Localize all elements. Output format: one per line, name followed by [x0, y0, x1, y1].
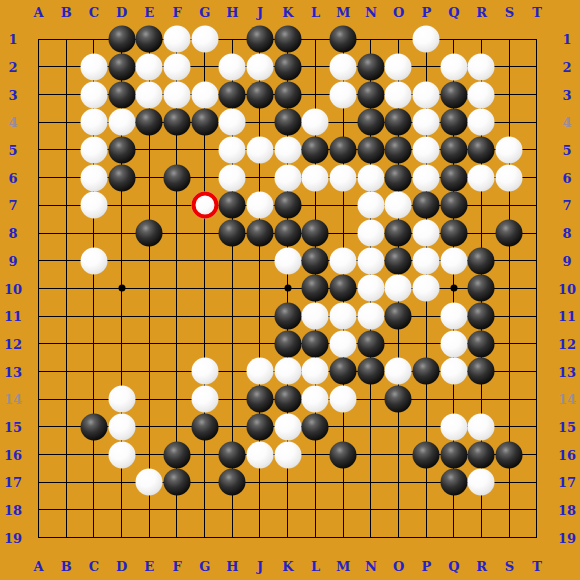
intersection-Q10[interactable]: [440, 275, 468, 303]
intersection-F18[interactable]: [163, 496, 191, 524]
intersection-G3[interactable]: [191, 81, 219, 109]
intersection-H3[interactable]: [218, 81, 246, 109]
intersection-S3[interactable]: [495, 81, 523, 109]
intersection-O6[interactable]: [385, 164, 413, 192]
intersection-C15[interactable]: [80, 413, 108, 441]
intersection-M6[interactable]: [329, 164, 357, 192]
intersection-Q2[interactable]: [440, 53, 468, 81]
intersection-G9[interactable]: [191, 247, 219, 275]
intersection-R16[interactable]: [468, 441, 496, 469]
intersection-H2[interactable]: [218, 53, 246, 81]
intersection-P19[interactable]: [412, 524, 440, 552]
intersection-E1[interactable]: [135, 25, 163, 53]
intersection-R12[interactable]: [468, 330, 496, 358]
intersection-M11[interactable]: [329, 302, 357, 330]
intersection-E6[interactable]: [135, 164, 163, 192]
intersection-F16[interactable]: [163, 441, 191, 469]
intersection-O19[interactable]: [385, 524, 413, 552]
intersection-D8[interactable]: [108, 219, 136, 247]
intersection-A13[interactable]: [25, 358, 53, 386]
intersection-M5[interactable]: [329, 136, 357, 164]
intersection-Q4[interactable]: [440, 108, 468, 136]
intersection-T4[interactable]: [523, 108, 551, 136]
intersection-H13[interactable]: [218, 358, 246, 386]
intersection-L19[interactable]: [302, 524, 330, 552]
intersection-T11[interactable]: [523, 302, 551, 330]
intersection-A18[interactable]: [25, 496, 53, 524]
intersection-O17[interactable]: [385, 468, 413, 496]
intersection-T10[interactable]: [523, 275, 551, 303]
intersection-A7[interactable]: [25, 191, 53, 219]
intersection-D1[interactable]: [108, 25, 136, 53]
intersection-Q12[interactable]: [440, 330, 468, 358]
intersection-G17[interactable]: [191, 468, 219, 496]
intersection-C4[interactable]: [80, 108, 108, 136]
intersection-E14[interactable]: [135, 385, 163, 413]
intersection-E7[interactable]: [135, 191, 163, 219]
intersection-L8[interactable]: [302, 219, 330, 247]
intersection-F3[interactable]: [163, 81, 191, 109]
intersection-J6[interactable]: [246, 164, 274, 192]
intersection-T3[interactable]: [523, 81, 551, 109]
intersection-Q3[interactable]: [440, 81, 468, 109]
intersection-D16[interactable]: [108, 441, 136, 469]
intersection-F12[interactable]: [163, 330, 191, 358]
intersection-F7[interactable]: [163, 191, 191, 219]
intersection-H4[interactable]: [218, 108, 246, 136]
intersection-S19[interactable]: [495, 524, 523, 552]
intersection-S18[interactable]: [495, 496, 523, 524]
intersection-S16[interactable]: [495, 441, 523, 469]
intersection-J18[interactable]: [246, 496, 274, 524]
intersection-M14[interactable]: [329, 385, 357, 413]
intersection-N5[interactable]: [357, 136, 385, 164]
intersection-K18[interactable]: [274, 496, 302, 524]
intersection-T8[interactable]: [523, 219, 551, 247]
intersection-K11[interactable]: [274, 302, 302, 330]
intersection-H10[interactable]: [218, 275, 246, 303]
intersection-A16[interactable]: [25, 441, 53, 469]
intersection-L15[interactable]: [302, 413, 330, 441]
intersection-B15[interactable]: [52, 413, 80, 441]
intersection-E5[interactable]: [135, 136, 163, 164]
intersection-M8[interactable]: [329, 219, 357, 247]
intersection-J7[interactable]: [246, 191, 274, 219]
intersection-D18[interactable]: [108, 496, 136, 524]
intersection-B9[interactable]: [52, 247, 80, 275]
intersection-K3[interactable]: [274, 81, 302, 109]
intersection-M10[interactable]: [329, 275, 357, 303]
intersection-H18[interactable]: [218, 496, 246, 524]
intersection-R7[interactable]: [468, 191, 496, 219]
intersection-E15[interactable]: [135, 413, 163, 441]
intersection-S1[interactable]: [495, 25, 523, 53]
intersection-B16[interactable]: [52, 441, 80, 469]
intersection-Q17[interactable]: [440, 468, 468, 496]
intersection-B1[interactable]: [52, 25, 80, 53]
intersection-P12[interactable]: [412, 330, 440, 358]
intersection-A5[interactable]: [25, 136, 53, 164]
intersection-B8[interactable]: [52, 219, 80, 247]
intersection-A19[interactable]: [25, 524, 53, 552]
intersection-T15[interactable]: [523, 413, 551, 441]
intersection-M7[interactable]: [329, 191, 357, 219]
intersection-Q6[interactable]: [440, 164, 468, 192]
intersection-M13[interactable]: [329, 358, 357, 386]
intersection-A2[interactable]: [25, 53, 53, 81]
intersection-P16[interactable]: [412, 441, 440, 469]
intersection-A15[interactable]: [25, 413, 53, 441]
intersection-K9[interactable]: [274, 247, 302, 275]
intersection-H15[interactable]: [218, 413, 246, 441]
intersection-P18[interactable]: [412, 496, 440, 524]
intersection-R14[interactable]: [468, 385, 496, 413]
intersection-A9[interactable]: [25, 247, 53, 275]
intersection-F6[interactable]: [163, 164, 191, 192]
intersection-N4[interactable]: [357, 108, 385, 136]
intersection-T14[interactable]: [523, 385, 551, 413]
intersection-D9[interactable]: [108, 247, 136, 275]
intersection-M15[interactable]: [329, 413, 357, 441]
intersection-S2[interactable]: [495, 53, 523, 81]
intersection-G5[interactable]: [191, 136, 219, 164]
intersection-P2[interactable]: [412, 53, 440, 81]
intersection-T9[interactable]: [523, 247, 551, 275]
intersection-C19[interactable]: [80, 524, 108, 552]
intersection-D4[interactable]: [108, 108, 136, 136]
intersection-D13[interactable]: [108, 358, 136, 386]
intersection-K4[interactable]: [274, 108, 302, 136]
intersection-R2[interactable]: [468, 53, 496, 81]
intersection-B2[interactable]: [52, 53, 80, 81]
intersection-G11[interactable]: [191, 302, 219, 330]
intersection-O13[interactable]: [385, 358, 413, 386]
intersection-S17[interactable]: [495, 468, 523, 496]
intersection-G12[interactable]: [191, 330, 219, 358]
intersection-J2[interactable]: [246, 53, 274, 81]
intersection-R5[interactable]: [468, 136, 496, 164]
intersection-A10[interactable]: [25, 275, 53, 303]
intersection-J12[interactable]: [246, 330, 274, 358]
intersection-N19[interactable]: [357, 524, 385, 552]
intersection-C11[interactable]: [80, 302, 108, 330]
intersection-F10[interactable]: [163, 275, 191, 303]
intersection-E9[interactable]: [135, 247, 163, 275]
intersection-D7[interactable]: [108, 191, 136, 219]
intersection-Q13[interactable]: [440, 358, 468, 386]
intersection-P3[interactable]: [412, 81, 440, 109]
intersection-F15[interactable]: [163, 413, 191, 441]
intersection-S12[interactable]: [495, 330, 523, 358]
intersection-H5[interactable]: [218, 136, 246, 164]
intersection-S6[interactable]: [495, 164, 523, 192]
intersection-Q1[interactable]: [440, 25, 468, 53]
intersection-D12[interactable]: [108, 330, 136, 358]
intersection-O8[interactable]: [385, 219, 413, 247]
intersection-S7[interactable]: [495, 191, 523, 219]
intersection-K6[interactable]: [274, 164, 302, 192]
intersection-L16[interactable]: [302, 441, 330, 469]
intersection-T19[interactable]: [523, 524, 551, 552]
intersection-J3[interactable]: [246, 81, 274, 109]
intersection-K2[interactable]: [274, 53, 302, 81]
intersection-K16[interactable]: [274, 441, 302, 469]
intersection-S15[interactable]: [495, 413, 523, 441]
intersection-E2[interactable]: [135, 53, 163, 81]
intersection-Q11[interactable]: [440, 302, 468, 330]
intersection-K15[interactable]: [274, 413, 302, 441]
intersection-K14[interactable]: [274, 385, 302, 413]
intersection-R6[interactable]: [468, 164, 496, 192]
intersection-M16[interactable]: [329, 441, 357, 469]
intersection-N18[interactable]: [357, 496, 385, 524]
intersection-L10[interactable]: [302, 275, 330, 303]
intersection-Q5[interactable]: [440, 136, 468, 164]
intersection-N12[interactable]: [357, 330, 385, 358]
intersection-J15[interactable]: [246, 413, 274, 441]
intersection-F1[interactable]: [163, 25, 191, 53]
intersection-F11[interactable]: [163, 302, 191, 330]
intersection-F4[interactable]: [163, 108, 191, 136]
intersection-N16[interactable]: [357, 441, 385, 469]
intersection-D6[interactable]: [108, 164, 136, 192]
intersection-K19[interactable]: [274, 524, 302, 552]
intersection-T6[interactable]: [523, 164, 551, 192]
intersection-E10[interactable]: [135, 275, 163, 303]
intersection-J1[interactable]: [246, 25, 274, 53]
intersection-P10[interactable]: [412, 275, 440, 303]
intersection-J5[interactable]: [246, 136, 274, 164]
intersection-F8[interactable]: [163, 219, 191, 247]
intersection-M19[interactable]: [329, 524, 357, 552]
intersection-Q8[interactable]: [440, 219, 468, 247]
intersection-P9[interactable]: [412, 247, 440, 275]
intersection-L9[interactable]: [302, 247, 330, 275]
intersection-H9[interactable]: [218, 247, 246, 275]
intersection-G1[interactable]: [191, 25, 219, 53]
intersection-T5[interactable]: [523, 136, 551, 164]
intersection-B13[interactable]: [52, 358, 80, 386]
intersection-N6[interactable]: [357, 164, 385, 192]
intersection-C18[interactable]: [80, 496, 108, 524]
intersection-N1[interactable]: [357, 25, 385, 53]
intersection-M18[interactable]: [329, 496, 357, 524]
intersection-B4[interactable]: [52, 108, 80, 136]
intersection-P8[interactable]: [412, 219, 440, 247]
intersection-Q15[interactable]: [440, 413, 468, 441]
intersection-E17[interactable]: [135, 468, 163, 496]
intersection-N2[interactable]: [357, 53, 385, 81]
intersection-A12[interactable]: [25, 330, 53, 358]
intersection-J16[interactable]: [246, 441, 274, 469]
intersection-T7[interactable]: [523, 191, 551, 219]
intersection-R9[interactable]: [468, 247, 496, 275]
intersection-L3[interactable]: [302, 81, 330, 109]
intersection-M12[interactable]: [329, 330, 357, 358]
intersection-B3[interactable]: [52, 81, 80, 109]
intersection-R15[interactable]: [468, 413, 496, 441]
intersection-L1[interactable]: [302, 25, 330, 53]
intersection-G8[interactable]: [191, 219, 219, 247]
intersection-Q16[interactable]: [440, 441, 468, 469]
intersection-G7[interactable]: [191, 191, 219, 219]
intersection-H6[interactable]: [218, 164, 246, 192]
intersection-T2[interactable]: [523, 53, 551, 81]
intersection-E12[interactable]: [135, 330, 163, 358]
intersection-O4[interactable]: [385, 108, 413, 136]
intersection-N3[interactable]: [357, 81, 385, 109]
intersection-O15[interactable]: [385, 413, 413, 441]
intersection-A14[interactable]: [25, 385, 53, 413]
intersection-O11[interactable]: [385, 302, 413, 330]
intersection-E8[interactable]: [135, 219, 163, 247]
intersection-K5[interactable]: [274, 136, 302, 164]
intersection-J4[interactable]: [246, 108, 274, 136]
intersection-P17[interactable]: [412, 468, 440, 496]
intersection-B7[interactable]: [52, 191, 80, 219]
intersection-C16[interactable]: [80, 441, 108, 469]
intersection-H12[interactable]: [218, 330, 246, 358]
intersection-D5[interactable]: [108, 136, 136, 164]
intersection-D2[interactable]: [108, 53, 136, 81]
intersection-L14[interactable]: [302, 385, 330, 413]
intersection-F19[interactable]: [163, 524, 191, 552]
intersection-O10[interactable]: [385, 275, 413, 303]
intersection-L2[interactable]: [302, 53, 330, 81]
intersection-E3[interactable]: [135, 81, 163, 109]
intersection-A11[interactable]: [25, 302, 53, 330]
intersection-D3[interactable]: [108, 81, 136, 109]
intersection-T12[interactable]: [523, 330, 551, 358]
intersection-D10[interactable]: [108, 275, 136, 303]
intersection-H8[interactable]: [218, 219, 246, 247]
intersection-T16[interactable]: [523, 441, 551, 469]
intersection-G14[interactable]: [191, 385, 219, 413]
intersection-E19[interactable]: [135, 524, 163, 552]
intersection-K1[interactable]: [274, 25, 302, 53]
intersection-H14[interactable]: [218, 385, 246, 413]
intersection-L18[interactable]: [302, 496, 330, 524]
intersection-R19[interactable]: [468, 524, 496, 552]
intersection-F13[interactable]: [163, 358, 191, 386]
intersection-F14[interactable]: [163, 385, 191, 413]
intersection-A4[interactable]: [25, 108, 53, 136]
intersection-R4[interactable]: [468, 108, 496, 136]
intersection-L5[interactable]: [302, 136, 330, 164]
intersection-B18[interactable]: [52, 496, 80, 524]
intersection-M17[interactable]: [329, 468, 357, 496]
intersection-N15[interactable]: [357, 413, 385, 441]
intersection-J17[interactable]: [246, 468, 274, 496]
intersection-J13[interactable]: [246, 358, 274, 386]
intersection-R1[interactable]: [468, 25, 496, 53]
intersection-M9[interactable]: [329, 247, 357, 275]
intersection-B6[interactable]: [52, 164, 80, 192]
intersection-K7[interactable]: [274, 191, 302, 219]
intersection-H16[interactable]: [218, 441, 246, 469]
intersection-F9[interactable]: [163, 247, 191, 275]
intersection-A1[interactable]: [25, 25, 53, 53]
intersection-B12[interactable]: [52, 330, 80, 358]
intersection-A6[interactable]: [25, 164, 53, 192]
intersection-O2[interactable]: [385, 53, 413, 81]
intersection-S13[interactable]: [495, 358, 523, 386]
intersection-P15[interactable]: [412, 413, 440, 441]
intersection-E16[interactable]: [135, 441, 163, 469]
intersection-C5[interactable]: [80, 136, 108, 164]
intersection-O5[interactable]: [385, 136, 413, 164]
intersection-M1[interactable]: [329, 25, 357, 53]
intersection-O16[interactable]: [385, 441, 413, 469]
intersection-B10[interactable]: [52, 275, 80, 303]
intersection-G19[interactable]: [191, 524, 219, 552]
intersection-R10[interactable]: [468, 275, 496, 303]
intersection-S10[interactable]: [495, 275, 523, 303]
intersection-O14[interactable]: [385, 385, 413, 413]
intersection-L4[interactable]: [302, 108, 330, 136]
intersection-C17[interactable]: [80, 468, 108, 496]
intersection-J19[interactable]: [246, 524, 274, 552]
intersection-T17[interactable]: [523, 468, 551, 496]
intersection-L6[interactable]: [302, 164, 330, 192]
intersection-M2[interactable]: [329, 53, 357, 81]
intersection-T18[interactable]: [523, 496, 551, 524]
intersection-B19[interactable]: [52, 524, 80, 552]
intersection-P13[interactable]: [412, 358, 440, 386]
intersection-B14[interactable]: [52, 385, 80, 413]
intersection-N11[interactable]: [357, 302, 385, 330]
intersection-C14[interactable]: [80, 385, 108, 413]
intersection-G10[interactable]: [191, 275, 219, 303]
intersection-N13[interactable]: [357, 358, 385, 386]
intersection-S8[interactable]: [495, 219, 523, 247]
intersection-C12[interactable]: [80, 330, 108, 358]
intersection-N14[interactable]: [357, 385, 385, 413]
intersection-R11[interactable]: [468, 302, 496, 330]
intersection-N17[interactable]: [357, 468, 385, 496]
intersection-G16[interactable]: [191, 441, 219, 469]
intersection-L13[interactable]: [302, 358, 330, 386]
intersection-E18[interactable]: [135, 496, 163, 524]
intersection-T1[interactable]: [523, 25, 551, 53]
intersection-J9[interactable]: [246, 247, 274, 275]
intersection-O1[interactable]: [385, 25, 413, 53]
intersection-C1[interactable]: [80, 25, 108, 53]
intersection-N8[interactable]: [357, 219, 385, 247]
intersection-O9[interactable]: [385, 247, 413, 275]
intersection-E11[interactable]: [135, 302, 163, 330]
intersection-O7[interactable]: [385, 191, 413, 219]
intersection-P4[interactable]: [412, 108, 440, 136]
intersection-A8[interactable]: [25, 219, 53, 247]
intersection-B5[interactable]: [52, 136, 80, 164]
intersection-G2[interactable]: [191, 53, 219, 81]
intersection-G4[interactable]: [191, 108, 219, 136]
intersection-K13[interactable]: [274, 358, 302, 386]
intersection-O3[interactable]: [385, 81, 413, 109]
intersection-R3[interactable]: [468, 81, 496, 109]
intersection-M3[interactable]: [329, 81, 357, 109]
intersection-H1[interactable]: [218, 25, 246, 53]
intersection-S14[interactable]: [495, 385, 523, 413]
intersection-P11[interactable]: [412, 302, 440, 330]
intersection-H7[interactable]: [218, 191, 246, 219]
intersection-R8[interactable]: [468, 219, 496, 247]
intersection-B17[interactable]: [52, 468, 80, 496]
intersection-Q9[interactable]: [440, 247, 468, 275]
intersection-J10[interactable]: [246, 275, 274, 303]
intersection-S5[interactable]: [495, 136, 523, 164]
